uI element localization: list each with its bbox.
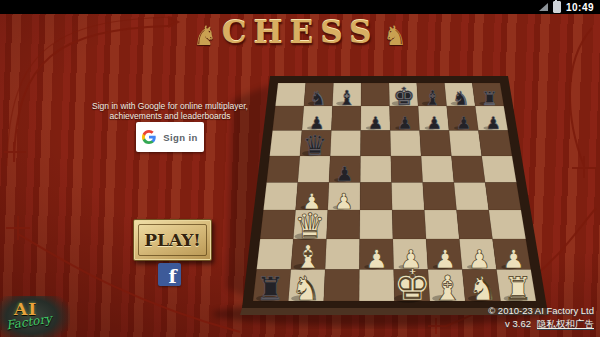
version-text: v 3.62 (505, 318, 531, 329)
board-square (420, 131, 452, 157)
logo-factory-text: Factory (5, 311, 53, 332)
knight-icon-left: ♞ (193, 20, 217, 51)
board-square (392, 183, 425, 211)
chess-piece-black-p: ♟ (427, 113, 442, 133)
ai-factory-logo: AI Factory (0, 296, 70, 337)
board-square (263, 183, 297, 211)
chess-piece-white-p: ♟ (365, 244, 388, 274)
chess-piece-black-p: ♟ (368, 113, 383, 133)
play-button[interactable]: PLAY! (133, 219, 212, 261)
board-square (489, 210, 526, 239)
facebook-button[interactable]: f (158, 263, 181, 286)
chess-piece-black-n: ♞ (310, 87, 327, 110)
title-row: ♞ CHESS ♞ (0, 14, 600, 51)
board-square (270, 131, 302, 157)
board-square (392, 210, 426, 239)
board-square (424, 210, 459, 239)
board-square (327, 210, 360, 239)
board-square (391, 156, 423, 183)
chess-piece-white-p: ♟ (334, 189, 354, 214)
board-square (449, 131, 482, 157)
chess-piece-black-n: ♞ (452, 87, 469, 110)
chess-piece-black-p: ♟ (485, 113, 500, 133)
google-signin-button[interactable]: Sign in (136, 122, 204, 152)
chess-piece-white-n: ♞ (291, 269, 321, 308)
chess-piece-black-b: ♝ (338, 86, 356, 110)
chess-piece-white-k: ♚ (393, 261, 431, 310)
board-square (325, 239, 360, 270)
board-square (360, 210, 393, 239)
chess-piece-white-b: ♝ (432, 268, 463, 308)
board-square (421, 156, 454, 183)
status-bar: 10:49 (0, 0, 600, 14)
signin-instructions-line2: achievements and leaderboards (55, 111, 285, 121)
clock-label: 10:49 (566, 2, 594, 13)
board-square (454, 183, 489, 211)
board-square (257, 239, 294, 270)
chess-piece-white-n: ♞ (468, 269, 498, 308)
play-button-border: PLAY! (138, 224, 207, 256)
privacy-ads-link[interactable]: 隐私权和广告 (537, 318, 594, 329)
play-button-label: PLAY! (144, 230, 201, 250)
board-square (331, 106, 361, 131)
chess-piece-black-k: ♚ (393, 82, 415, 111)
facebook-icon: f (168, 266, 176, 286)
board-square (360, 183, 392, 211)
board-square (361, 131, 391, 157)
chess-piece-black-p: ♟ (397, 113, 412, 133)
signin-button-label: Sign in (163, 132, 197, 143)
chess-piece-black-b: ♝ (423, 86, 441, 110)
signin-instructions-line1: Sign in with Google for online multiplay… (55, 101, 285, 111)
board-square (451, 156, 485, 183)
chess-piece-black-r: ♜ (256, 270, 285, 308)
chess-piece-black-r: ♜ (481, 88, 498, 109)
board-square (359, 270, 394, 302)
chess-piece-black-p: ♟ (456, 113, 471, 133)
copyright-text: © 2010-23 AI Factory Ltd (488, 305, 594, 316)
chess-piece-white-r: ♜ (504, 270, 533, 308)
chess-piece-black-p: ♟ (336, 162, 354, 186)
board-square (330, 131, 361, 157)
board-square (485, 183, 521, 211)
chess-main-menu: { "status_bar": { "time": "10:49" }, "ti… (0, 0, 600, 337)
board-square (390, 131, 421, 157)
signin-instructions: Sign in with Google for online multiplay… (55, 101, 285, 121)
board-square (324, 270, 360, 302)
google-g-icon (142, 130, 156, 144)
board-square (423, 183, 457, 211)
board-square (260, 210, 296, 239)
knight-icon-right: ♞ (383, 20, 407, 51)
chess-piece-black-q: ♛ (303, 129, 328, 161)
board-square (457, 210, 493, 239)
board-square (478, 131, 512, 157)
footer: © 2010-23 AI Factory Ltd v 3.62隐私权和广告 (488, 305, 594, 331)
board-square (267, 156, 300, 183)
signal-icon (539, 3, 548, 11)
battery-icon (553, 1, 561, 13)
board-square (361, 83, 390, 106)
game-title: CHESS (222, 14, 379, 50)
board-square (360, 156, 391, 183)
board-square (482, 156, 517, 183)
